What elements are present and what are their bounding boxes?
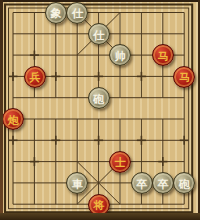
- piece-red-soldier[interactable]: 兵: [24, 66, 46, 88]
- piece-glyph: 車: [72, 178, 83, 189]
- piece-tan-general[interactable]: 帅: [109, 44, 131, 66]
- piece-glyph: 仕: [93, 29, 104, 40]
- piece-tan-soldier[interactable]: 卒: [131, 172, 153, 194]
- piece-glyph: 象: [51, 8, 62, 19]
- piece-glyph: 士: [115, 157, 126, 168]
- piece-tan-soldier[interactable]: 卒: [152, 172, 174, 194]
- piece-tan-cannon[interactable]: 砲: [173, 172, 195, 194]
- piece-red-advisor[interactable]: 士: [109, 151, 131, 173]
- piece-tan-elephant[interactable]: 象: [45, 2, 67, 24]
- piece-glyph: 马: [158, 50, 169, 61]
- xiangqi-board: 象仕仕帅马兵马砲炮士車卒卒砲将: [0, 0, 200, 220]
- piece-tan-advisor[interactable]: 仕: [66, 2, 88, 24]
- piece-glyph: 兵: [29, 72, 40, 83]
- piece-layer: 象仕仕帅马兵马砲炮士車卒卒砲将: [2, 2, 195, 215]
- frame-edge-left: [0, 0, 3, 220]
- piece-glyph: 将: [93, 200, 104, 211]
- piece-tan-cannon[interactable]: 砲: [88, 87, 110, 109]
- piece-tan-chariot[interactable]: 車: [66, 172, 88, 194]
- piece-glyph: 砲: [93, 93, 104, 104]
- piece-red-horse[interactable]: 马: [173, 66, 195, 88]
- piece-glyph: 仕: [72, 8, 83, 19]
- piece-glyph: 炮: [8, 114, 19, 125]
- piece-glyph: 马: [179, 72, 190, 83]
- frame-edge-right: [198, 0, 200, 220]
- piece-glyph: 砲: [179, 178, 190, 189]
- piece-red-horse[interactable]: 马: [152, 44, 174, 66]
- frame-edge-top: [0, 0, 200, 2]
- piece-tan-advisor[interactable]: 仕: [88, 23, 110, 45]
- piece-glyph: 卒: [136, 178, 147, 189]
- frame-edge-bottom: [0, 213, 200, 220]
- piece-glyph: 卒: [158, 178, 169, 189]
- piece-glyph: 帅: [115, 50, 126, 61]
- piece-red-cannon[interactable]: 炮: [2, 108, 24, 130]
